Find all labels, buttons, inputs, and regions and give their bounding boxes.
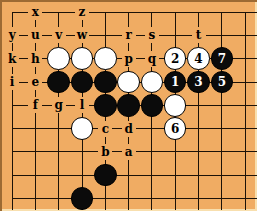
intersection-r9c7 xyxy=(140,187,163,210)
black-stone xyxy=(47,71,70,94)
intersection-r7c11 xyxy=(233,140,256,163)
black-stone-move-7: 7 xyxy=(211,47,234,70)
intersection-r4c5 xyxy=(94,70,117,93)
black-stone-move-5: 5 xyxy=(211,71,234,94)
intersection-r5c8 xyxy=(164,94,187,117)
intersection-r2c10 xyxy=(210,24,233,47)
intersection-r1c5 xyxy=(94,1,117,24)
intersection-r1c9 xyxy=(187,1,210,24)
intersection-r7c1 xyxy=(1,140,24,163)
go-board: xzyuvwrstkhpq247ie135fglcd6ba xyxy=(1,1,257,211)
intersection-r4c11 xyxy=(233,70,256,93)
intersection-r7c2 xyxy=(24,140,47,163)
intersection-r5c10 xyxy=(210,94,233,117)
white-stone xyxy=(141,71,164,94)
white-stone xyxy=(71,47,94,70)
point-label-i: i xyxy=(5,74,19,90)
intersection-r5c3: g xyxy=(47,94,70,117)
intersection-r3c9: 4 xyxy=(187,47,210,70)
intersection-r8c8 xyxy=(164,164,187,187)
intersection-r9c11 xyxy=(233,187,256,210)
intersection-r6c5: c xyxy=(94,117,117,140)
intersection-r2c7: s xyxy=(140,24,163,47)
point-label-t: t xyxy=(192,27,206,43)
intersection-r6c10 xyxy=(210,117,233,140)
point-label-c: c xyxy=(98,121,112,137)
intersection-r5c6 xyxy=(117,94,140,117)
intersection-r9c8 xyxy=(164,187,187,210)
intersection-r9c9 xyxy=(187,187,210,210)
intersection-r6c8: 6 xyxy=(164,117,187,140)
point-label-d: d xyxy=(122,121,136,137)
intersection-r7c7 xyxy=(140,140,163,163)
intersection-r9c5 xyxy=(94,187,117,210)
intersection-r9c4 xyxy=(70,187,93,210)
intersection-r2c1: y xyxy=(1,24,24,47)
intersection-r8c4 xyxy=(70,164,93,187)
intersection-r7c9 xyxy=(187,140,210,163)
black-stone xyxy=(71,71,94,94)
intersection-r3c3 xyxy=(47,47,70,70)
point-label-l: l xyxy=(75,97,89,113)
intersection-r5c9 xyxy=(187,94,210,117)
intersection-r8c9 xyxy=(187,164,210,187)
white-stone xyxy=(71,117,94,140)
intersection-r6c3 xyxy=(47,117,70,140)
intersection-r5c11 xyxy=(233,94,256,117)
black-stone xyxy=(117,94,140,117)
white-stone xyxy=(117,71,140,94)
intersection-r2c8 xyxy=(164,24,187,47)
point-label-w: w xyxy=(75,27,89,43)
intersection-r9c10 xyxy=(210,187,233,210)
black-stone-move-3: 3 xyxy=(187,71,210,94)
white-stone-move-4: 4 xyxy=(187,47,210,70)
black-stone xyxy=(141,94,164,117)
intersection-r1c6 xyxy=(117,1,140,24)
intersection-r6c11 xyxy=(233,117,256,140)
black-stone xyxy=(94,94,117,117)
point-label-z: z xyxy=(75,4,89,20)
intersection-r7c3 xyxy=(47,140,70,163)
intersection-r7c4 xyxy=(70,140,93,163)
intersection-r2c6: r xyxy=(117,24,140,47)
intersection-r8c6 xyxy=(117,164,140,187)
intersection-r3c1: k xyxy=(1,47,24,70)
intersection-r9c1 xyxy=(1,187,24,210)
intersection-r8c10 xyxy=(210,164,233,187)
point-label-s: s xyxy=(145,27,159,43)
intersection-r2c3: v xyxy=(47,24,70,47)
intersection-r6c6: d xyxy=(117,117,140,140)
intersection-r4c6 xyxy=(117,70,140,93)
intersection-r1c1 xyxy=(1,1,24,24)
intersection-r8c1 xyxy=(1,164,24,187)
intersection-r5c2: f xyxy=(24,94,47,117)
intersection-r5c7 xyxy=(140,94,163,117)
intersection-r2c9: t xyxy=(187,24,210,47)
intersection-r4c8: 1 xyxy=(164,70,187,93)
intersection-r3c5 xyxy=(94,47,117,70)
intersection-r4c2: e xyxy=(24,70,47,93)
point-label-k: k xyxy=(5,51,19,67)
intersection-r6c4 xyxy=(70,117,93,140)
intersection-r1c2: x xyxy=(24,1,47,24)
point-label-u: u xyxy=(28,27,42,43)
intersection-r8c7 xyxy=(140,164,163,187)
intersection-r6c1 xyxy=(1,117,24,140)
intersection-r9c6 xyxy=(117,187,140,210)
white-stone-move-2: 2 xyxy=(164,47,187,70)
intersection-r5c1 xyxy=(1,94,24,117)
intersection-r4c4 xyxy=(70,70,93,93)
go-board-diagram: xzyuvwrstkhpq247ie135fglcd6ba xyxy=(0,0,257,211)
point-label-a: a xyxy=(122,144,136,160)
intersection-r4c9: 3 xyxy=(187,70,210,93)
intersection-r3c10: 7 xyxy=(210,47,233,70)
point-label-e: e xyxy=(28,74,42,90)
point-label-r: r xyxy=(122,27,136,43)
point-label-x: x xyxy=(28,4,42,20)
intersection-r7c6: a xyxy=(117,140,140,163)
intersection-r2c4: w xyxy=(70,24,93,47)
black-stone-move-1: 1 xyxy=(164,71,187,94)
intersection-r8c11 xyxy=(233,164,256,187)
intersection-r3c4 xyxy=(70,47,93,70)
intersection-r3c8: 2 xyxy=(164,47,187,70)
intersection-r6c7 xyxy=(140,117,163,140)
intersection-r2c5 xyxy=(94,24,117,47)
point-label-p: p xyxy=(122,51,136,67)
black-stone xyxy=(71,187,94,210)
intersection-r8c3 xyxy=(47,164,70,187)
point-label-h: h xyxy=(28,51,42,67)
intersection-r6c9 xyxy=(187,117,210,140)
intersection-r6c2 xyxy=(24,117,47,140)
intersection-r1c3 xyxy=(47,1,70,24)
intersection-r8c5 xyxy=(94,164,117,187)
intersection-r1c10 xyxy=(210,1,233,24)
white-stone xyxy=(164,94,187,117)
intersection-r4c10: 5 xyxy=(210,70,233,93)
intersection-r5c4: l xyxy=(70,94,93,117)
intersection-r9c3 xyxy=(47,187,70,210)
intersection-r8c2 xyxy=(24,164,47,187)
point-label-g: g xyxy=(52,97,66,113)
point-label-y: y xyxy=(5,27,19,43)
point-label-v: v xyxy=(52,27,66,43)
intersection-r2c2: u xyxy=(24,24,47,47)
intersection-r1c7 xyxy=(140,1,163,24)
intersection-r9c2 xyxy=(24,187,47,210)
intersection-r5c5 xyxy=(94,94,117,117)
intersection-r7c10 xyxy=(210,140,233,163)
black-stone xyxy=(94,71,117,94)
point-label-f: f xyxy=(28,97,42,113)
black-stone xyxy=(94,164,117,187)
intersection-r4c1: i xyxy=(1,70,24,93)
intersection-r3c11 xyxy=(233,47,256,70)
intersection-r1c4: z xyxy=(70,1,93,24)
white-stone xyxy=(47,47,70,70)
point-label-q: q xyxy=(145,51,159,67)
point-label-b: b xyxy=(98,144,112,160)
intersection-r2c11 xyxy=(233,24,256,47)
intersection-r1c8 xyxy=(164,1,187,24)
intersection-r4c7 xyxy=(140,70,163,93)
intersection-r3c7: q xyxy=(140,47,163,70)
intersection-r7c5: b xyxy=(94,140,117,163)
intersection-r3c6: p xyxy=(117,47,140,70)
intersection-r4c3 xyxy=(47,70,70,93)
intersection-r7c8 xyxy=(164,140,187,163)
intersection-r1c11 xyxy=(233,1,256,24)
intersection-r3c2: h xyxy=(24,47,47,70)
white-stone xyxy=(94,47,117,70)
white-stone-move-6: 6 xyxy=(164,117,187,140)
